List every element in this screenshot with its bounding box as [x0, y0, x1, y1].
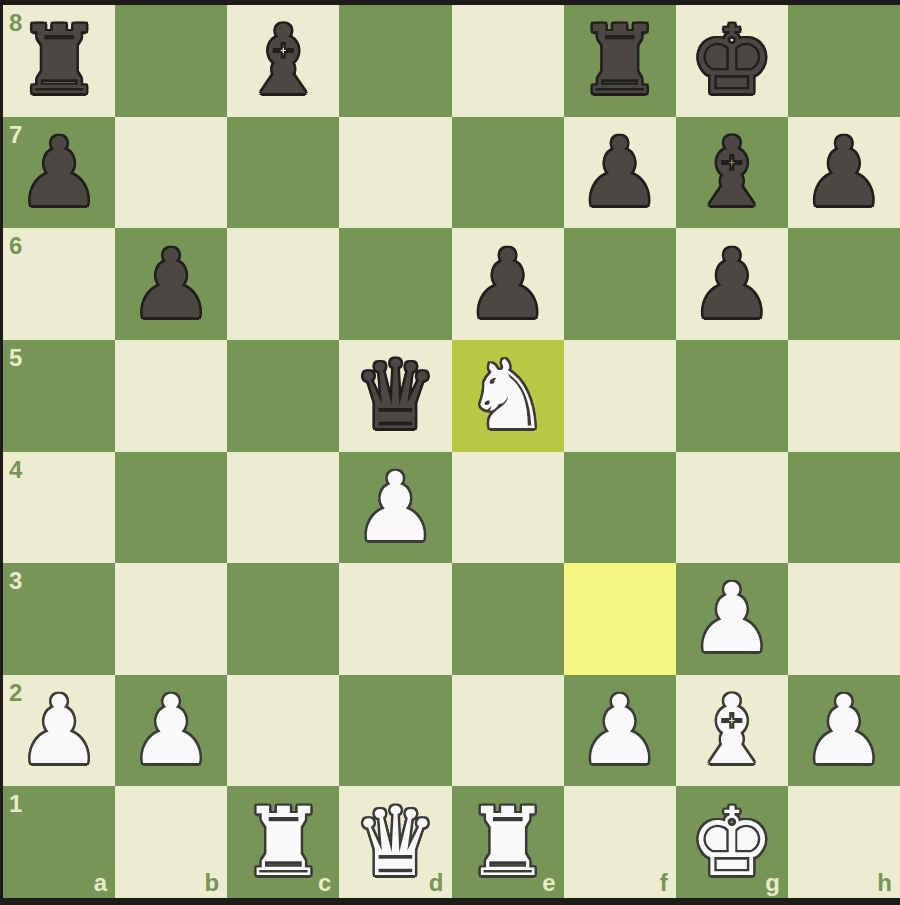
- square-b4[interactable]: [115, 452, 227, 564]
- white-bishop[interactable]: ♝: [689, 683, 774, 778]
- file-label-b: b: [205, 871, 220, 895]
- black-king[interactable]: ♚: [689, 13, 774, 108]
- square-a4[interactable]: 4: [3, 452, 115, 564]
- black-rook[interactable]: ♜: [16, 13, 101, 108]
- rank-label-1: 1: [9, 792, 22, 816]
- black-pawn[interactable]: ♟: [577, 125, 662, 220]
- square-c7[interactable]: [227, 117, 339, 229]
- square-c8[interactable]: ♝: [227, 5, 339, 117]
- square-c1[interactable]: c♜: [227, 786, 339, 898]
- square-h6[interactable]: [788, 228, 900, 340]
- square-b1[interactable]: b: [115, 786, 227, 898]
- square-h4[interactable]: [788, 452, 900, 564]
- white-rook[interactable]: ♜: [465, 795, 550, 890]
- app-window: 8♜♝♜♚7♟♟♝♟6♟♟♟5♛♞4♟3♟2♟♟♟♝♟1abc♜d♛e♜fg♚h: [0, 0, 900, 905]
- square-b3[interactable]: [115, 563, 227, 675]
- square-h8[interactable]: [788, 5, 900, 117]
- white-pawn[interactable]: ♟: [801, 683, 886, 778]
- square-b7[interactable]: [115, 117, 227, 229]
- square-e5[interactable]: ♞: [452, 340, 564, 452]
- square-d2[interactable]: [339, 675, 451, 787]
- white-king[interactable]: ♚: [689, 795, 774, 890]
- black-bishop[interactable]: ♝: [241, 13, 326, 108]
- square-g6[interactable]: ♟: [676, 228, 788, 340]
- square-h2[interactable]: ♟: [788, 675, 900, 787]
- square-a1[interactable]: 1a: [3, 786, 115, 898]
- square-f3[interactable]: [564, 563, 676, 675]
- square-d8[interactable]: [339, 5, 451, 117]
- square-e3[interactable]: [452, 563, 564, 675]
- square-f1[interactable]: f: [564, 786, 676, 898]
- square-c6[interactable]: [227, 228, 339, 340]
- square-e4[interactable]: [452, 452, 564, 564]
- square-f8[interactable]: ♜: [564, 5, 676, 117]
- white-pawn[interactable]: ♟: [16, 683, 101, 778]
- square-a7[interactable]: 7♟: [3, 117, 115, 229]
- square-b5[interactable]: [115, 340, 227, 452]
- square-d7[interactable]: [339, 117, 451, 229]
- square-d3[interactable]: [339, 563, 451, 675]
- square-g7[interactable]: ♝: [676, 117, 788, 229]
- square-g5[interactable]: [676, 340, 788, 452]
- square-b6[interactable]: ♟: [115, 228, 227, 340]
- rank-label-5: 5: [9, 346, 22, 370]
- black-bishop[interactable]: ♝: [689, 125, 774, 220]
- square-d6[interactable]: [339, 228, 451, 340]
- square-b2[interactable]: ♟: [115, 675, 227, 787]
- white-pawn[interactable]: ♟: [689, 571, 774, 666]
- black-queen[interactable]: ♛: [353, 348, 438, 443]
- rank-label-6: 6: [9, 234, 22, 258]
- square-h3[interactable]: [788, 563, 900, 675]
- rank-label-4: 4: [9, 458, 22, 482]
- file-label-h: h: [877, 871, 892, 895]
- square-g3[interactable]: ♟: [676, 563, 788, 675]
- square-c5[interactable]: [227, 340, 339, 452]
- square-f6[interactable]: [564, 228, 676, 340]
- square-a5[interactable]: 5: [3, 340, 115, 452]
- square-g4[interactable]: [676, 452, 788, 564]
- black-pawn[interactable]: ♟: [16, 125, 101, 220]
- square-a6[interactable]: 6: [3, 228, 115, 340]
- white-pawn[interactable]: ♟: [577, 683, 662, 778]
- white-pawn[interactable]: ♟: [353, 460, 438, 555]
- black-pawn[interactable]: ♟: [465, 237, 550, 332]
- square-f5[interactable]: [564, 340, 676, 452]
- square-f4[interactable]: [564, 452, 676, 564]
- square-a3[interactable]: 3: [3, 563, 115, 675]
- top-frame-bar: [0, 0, 900, 5]
- white-rook[interactable]: ♜: [241, 795, 326, 890]
- square-f7[interactable]: ♟: [564, 117, 676, 229]
- square-d1[interactable]: d♛: [339, 786, 451, 898]
- black-pawn[interactable]: ♟: [689, 237, 774, 332]
- square-b8[interactable]: [115, 5, 227, 117]
- square-g1[interactable]: g♚: [676, 786, 788, 898]
- square-c3[interactable]: [227, 563, 339, 675]
- black-rook[interactable]: ♜: [577, 13, 662, 108]
- white-knight[interactable]: ♞: [465, 348, 550, 443]
- square-d4[interactable]: ♟: [339, 452, 451, 564]
- black-pawn[interactable]: ♟: [801, 125, 886, 220]
- square-e6[interactable]: ♟: [452, 228, 564, 340]
- square-c2[interactable]: [227, 675, 339, 787]
- square-a8[interactable]: 8♜: [3, 5, 115, 117]
- black-pawn[interactable]: ♟: [129, 237, 214, 332]
- square-e2[interactable]: [452, 675, 564, 787]
- chess-board: 8♜♝♜♚7♟♟♝♟6♟♟♟5♛♞4♟3♟2♟♟♟♝♟1abc♜d♛e♜fg♚h: [3, 5, 900, 898]
- square-d5[interactable]: ♛: [339, 340, 451, 452]
- square-g8[interactable]: ♚: [676, 5, 788, 117]
- file-label-a: a: [94, 871, 107, 895]
- square-e7[interactable]: [452, 117, 564, 229]
- square-g2[interactable]: ♝: [676, 675, 788, 787]
- bottom-frame-bar: [0, 898, 900, 905]
- file-label-f: f: [660, 871, 668, 895]
- square-f2[interactable]: ♟: [564, 675, 676, 787]
- square-e1[interactable]: e♜: [452, 786, 564, 898]
- square-h1[interactable]: h: [788, 786, 900, 898]
- square-h5[interactable]: [788, 340, 900, 452]
- square-a2[interactable]: 2♟: [3, 675, 115, 787]
- square-h7[interactable]: ♟: [788, 117, 900, 229]
- white-pawn[interactable]: ♟: [129, 683, 214, 778]
- square-e8[interactable]: [452, 5, 564, 117]
- square-c4[interactable]: [227, 452, 339, 564]
- rank-label-3: 3: [9, 569, 22, 593]
- left-frame-bar: [0, 0, 3, 905]
- white-queen[interactable]: ♛: [353, 795, 438, 890]
